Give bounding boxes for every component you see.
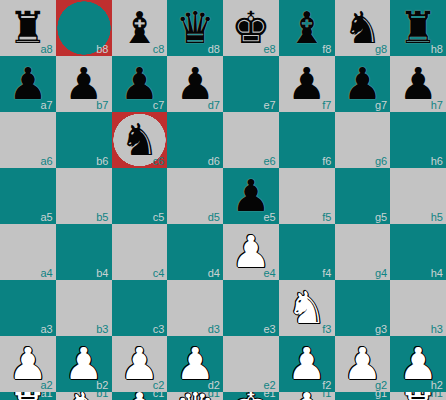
square-g8[interactable]: g8♞ xyxy=(335,0,391,56)
white-king[interactable]: ♚ xyxy=(223,392,279,395)
square-label-h4: h4 xyxy=(431,267,443,279)
square-label-a5: a5 xyxy=(41,211,53,223)
square-label-b6: b6 xyxy=(96,155,108,167)
square-label-c4: c4 xyxy=(153,267,165,279)
square-label-g5: g5 xyxy=(375,211,387,223)
square-h5[interactable]: h5 xyxy=(390,168,446,224)
white-knight[interactable]: ♞ xyxy=(279,280,335,336)
square-h8[interactable]: h8♜ xyxy=(390,0,446,56)
square-label-d3: d3 xyxy=(208,323,220,335)
black-pawn[interactable]: ♟ xyxy=(335,56,391,112)
white-knight[interactable]: ♞ xyxy=(56,392,112,395)
square-a1[interactable]: a1♜ xyxy=(0,392,56,400)
black-king[interactable]: ♚ xyxy=(223,0,279,56)
square-f4[interactable]: f4 xyxy=(279,224,335,280)
square-h6[interactable]: h6 xyxy=(390,112,446,168)
square-g4[interactable]: g4 xyxy=(335,224,391,280)
black-knight[interactable]: ♞ xyxy=(112,112,168,168)
square-f3[interactable]: f3♞ xyxy=(279,280,335,336)
square-a7[interactable]: a7♟ xyxy=(0,56,56,112)
square-label-h3: h3 xyxy=(431,323,443,335)
square-f1[interactable]: f1♝ xyxy=(279,392,335,400)
square-h4[interactable]: h4 xyxy=(390,224,446,280)
black-pawn[interactable]: ♟ xyxy=(223,168,279,224)
square-c5[interactable]: c5 xyxy=(112,168,168,224)
square-e8[interactable]: e8♚ xyxy=(223,0,279,56)
square-e6[interactable]: e6 xyxy=(223,112,279,168)
square-label-h5: h5 xyxy=(431,211,443,223)
square-c6[interactable]: c6♞ xyxy=(112,112,168,168)
square-label-f4: f4 xyxy=(322,267,331,279)
square-a8[interactable]: a8♜ xyxy=(0,0,56,56)
square-g6[interactable]: g6 xyxy=(335,112,391,168)
square-e2[interactable]: e2 xyxy=(223,336,279,392)
last-move-highlight-icon xyxy=(56,0,112,56)
black-pawn[interactable]: ♟ xyxy=(0,56,56,112)
square-b6[interactable]: b6 xyxy=(56,112,112,168)
black-pawn[interactable]: ♟ xyxy=(112,56,168,112)
square-label-d5: d5 xyxy=(208,211,220,223)
square-b2[interactable]: b2♟ xyxy=(56,336,112,392)
square-label-e2: e2 xyxy=(264,379,276,391)
square-g3[interactable]: g3 xyxy=(335,280,391,336)
square-label-a3: a3 xyxy=(41,323,53,335)
square-e4[interactable]: e4♟ xyxy=(223,224,279,280)
square-a3[interactable]: a3 xyxy=(0,280,56,336)
white-pawn[interactable]: ♟ xyxy=(167,336,223,392)
square-e3[interactable]: e3 xyxy=(223,280,279,336)
square-g7[interactable]: g7♟ xyxy=(335,56,391,112)
white-bishop[interactable]: ♝ xyxy=(279,392,335,395)
square-label-h6: h6 xyxy=(431,155,443,167)
square-c8[interactable]: c8♝ xyxy=(112,0,168,56)
square-label-b4: b4 xyxy=(96,267,108,279)
square-label-e6: e6 xyxy=(264,155,276,167)
white-pawn[interactable]: ♟ xyxy=(0,336,56,392)
square-f7[interactable]: f7♟ xyxy=(279,56,335,112)
white-rook[interactable]: ♜ xyxy=(390,392,446,395)
square-b3[interactable]: b3 xyxy=(56,280,112,336)
square-d4[interactable]: d4 xyxy=(167,224,223,280)
square-label-g4: g4 xyxy=(375,267,387,279)
square-label-g6: g6 xyxy=(375,155,387,167)
square-b4[interactable]: b4 xyxy=(56,224,112,280)
square-label-g1: g1 xyxy=(375,392,387,399)
black-bishop[interactable]: ♝ xyxy=(112,0,168,56)
square-g5[interactable]: g5 xyxy=(335,168,391,224)
square-e1[interactable]: e1♚ xyxy=(223,392,279,400)
square-label-g3: g3 xyxy=(375,323,387,335)
square-e5[interactable]: e5♟ xyxy=(223,168,279,224)
black-rook[interactable]: ♜ xyxy=(390,0,446,56)
square-b1[interactable]: b1♞ xyxy=(56,392,112,400)
square-a5[interactable]: a5 xyxy=(0,168,56,224)
square-a6[interactable]: a6 xyxy=(0,112,56,168)
square-d8[interactable]: d8♛ xyxy=(167,0,223,56)
square-d3[interactable]: d3 xyxy=(167,280,223,336)
square-g2[interactable]: g2♟ xyxy=(335,336,391,392)
square-label-d6: d6 xyxy=(208,155,220,167)
square-b7[interactable]: b7♟ xyxy=(56,56,112,112)
square-label-e3: e3 xyxy=(264,323,276,335)
square-h2[interactable]: h2♟ xyxy=(390,336,446,392)
white-rook[interactable]: ♜ xyxy=(0,392,56,395)
black-pawn[interactable]: ♟ xyxy=(56,56,112,112)
square-label-a6: a6 xyxy=(41,155,53,167)
square-h1[interactable]: h1♜ xyxy=(390,392,446,400)
square-label-b3: b3 xyxy=(96,323,108,335)
square-label-c3: c3 xyxy=(153,323,165,335)
black-rook[interactable]: ♜ xyxy=(0,0,56,56)
square-label-a4: a4 xyxy=(41,267,53,279)
square-c2[interactable]: c2♟ xyxy=(112,336,168,392)
square-d1[interactable]: d1♛ xyxy=(167,392,223,400)
square-d6[interactable]: d6 xyxy=(167,112,223,168)
square-e7[interactable]: e7 xyxy=(223,56,279,112)
square-h3[interactable]: h3 xyxy=(390,280,446,336)
square-f5[interactable]: f5 xyxy=(279,168,335,224)
white-pawn[interactable]: ♟ xyxy=(390,336,446,392)
square-d7[interactable]: d7♟ xyxy=(167,56,223,112)
black-knight[interactable]: ♞ xyxy=(335,0,391,56)
square-a2[interactable]: a2♟ xyxy=(0,336,56,392)
white-queen[interactable]: ♛ xyxy=(167,392,223,395)
black-queen[interactable]: ♛ xyxy=(167,0,223,56)
black-pawn[interactable]: ♟ xyxy=(279,56,335,112)
square-label-b5: b5 xyxy=(96,211,108,223)
white-pawn[interactable]: ♟ xyxy=(223,224,279,280)
square-label-f5: f5 xyxy=(322,211,331,223)
black-bishop[interactable]: ♝ xyxy=(279,0,335,56)
square-f2[interactable]: f2♟ xyxy=(279,336,335,392)
white-pawn[interactable]: ♟ xyxy=(335,336,391,392)
chess-board: a8♜b8c8♝d8♛e8♚f8♝g8♞h8♜a7♟b7♟c7♟d7♟e7f7♟… xyxy=(0,0,446,400)
square-label-e7: e7 xyxy=(264,99,276,111)
white-bishop[interactable]: ♝ xyxy=(112,392,168,395)
square-label-f6: f6 xyxy=(322,155,331,167)
white-pawn[interactable]: ♟ xyxy=(112,336,168,392)
square-label-c5: c5 xyxy=(153,211,165,223)
black-pawn[interactable]: ♟ xyxy=(390,56,446,112)
square-f6[interactable]: f6 xyxy=(279,112,335,168)
white-pawn[interactable]: ♟ xyxy=(56,336,112,392)
square-d2[interactable]: d2♟ xyxy=(167,336,223,392)
square-b5[interactable]: b5 xyxy=(56,168,112,224)
square-c3[interactable]: c3 xyxy=(112,280,168,336)
square-c1[interactable]: c1♝ xyxy=(112,392,168,400)
square-c7[interactable]: c7♟ xyxy=(112,56,168,112)
square-label-d4: d4 xyxy=(208,267,220,279)
white-pawn[interactable]: ♟ xyxy=(279,336,335,392)
square-b8[interactable]: b8 xyxy=(56,0,112,56)
square-d5[interactable]: d5 xyxy=(167,168,223,224)
square-g1[interactable]: g1 xyxy=(335,392,391,400)
square-f8[interactable]: f8♝ xyxy=(279,0,335,56)
black-pawn[interactable]: ♟ xyxy=(167,56,223,112)
square-c4[interactable]: c4 xyxy=(112,224,168,280)
square-h7[interactable]: h7♟ xyxy=(390,56,446,112)
square-a4[interactable]: a4 xyxy=(0,224,56,280)
